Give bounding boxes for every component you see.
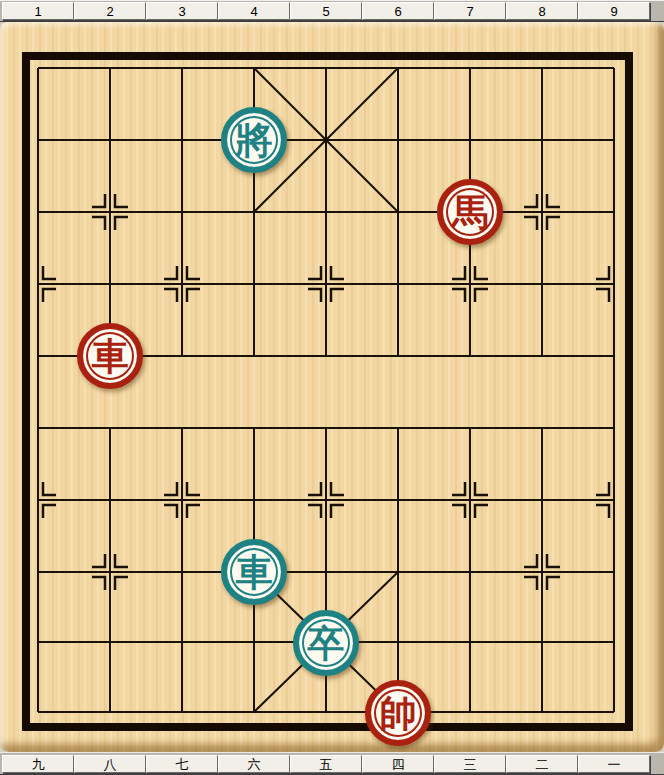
piece-layer: 將馬車車卒帥: [2, 32, 650, 748]
top-coordinate-bar: 123456789: [0, 0, 664, 22]
file-button-bottom-6[interactable]: 四: [362, 755, 434, 773]
file-button-bottom-2[interactable]: 八: [74, 755, 146, 773]
file-button-bottom-7[interactable]: 三: [434, 755, 506, 773]
file-button-top-3[interactable]: 3: [146, 2, 218, 20]
file-button-bottom-5[interactable]: 五: [290, 755, 362, 773]
file-button-top-4[interactable]: 4: [218, 2, 290, 20]
file-button-bottom-9[interactable]: 一: [578, 755, 650, 773]
file-button-top-9[interactable]: 9: [578, 2, 650, 20]
piece-red-horse[interactable]: 馬: [437, 179, 503, 245]
piece-black-chariot[interactable]: 車: [221, 539, 287, 605]
piece-glyph: 帥: [380, 695, 417, 732]
file-button-bottom-4[interactable]: 六: [218, 755, 290, 773]
piece-glyph: 車: [92, 338, 129, 375]
file-button-top-5[interactable]: 5: [290, 2, 362, 20]
piece-red-general[interactable]: 帥: [365, 680, 431, 746]
intersection-f2-r5: 車: [74, 320, 146, 392]
file-button-bottom-3[interactable]: 七: [146, 755, 218, 773]
intersection-f4-r8: 車: [218, 536, 290, 608]
piece-glyph: 車: [236, 554, 273, 591]
piece-red-chariot[interactable]: 車: [77, 323, 143, 389]
file-button-bottom-1[interactable]: 九: [2, 755, 74, 773]
xiangqi-board: 將馬車車卒帥: [0, 22, 664, 752]
piece-glyph: 卒: [308, 625, 345, 662]
bottom-coordinate-bar: 九八七六五四三二一: [0, 752, 664, 775]
piece-glyph: 馬: [452, 194, 489, 231]
file-button-top-2[interactable]: 2: [74, 2, 146, 20]
file-button-top-6[interactable]: 6: [362, 2, 434, 20]
intersection-f5-r9: 卒: [290, 608, 362, 678]
file-button-top-7[interactable]: 7: [434, 2, 506, 20]
intersection-f4-r2: 將: [218, 104, 290, 176]
intersection-f7-r3: 馬: [434, 176, 506, 248]
file-button-top-1[interactable]: 1: [2, 2, 74, 20]
piece-black-soldier[interactable]: 卒: [293, 610, 359, 676]
file-button-bottom-8[interactable]: 二: [506, 755, 578, 773]
xiangqi-app: 123456789 將馬車車卒帥 九八七六五四三二一: [0, 0, 664, 775]
piece-black-general[interactable]: 將: [221, 107, 287, 173]
piece-glyph: 將: [236, 122, 273, 159]
intersection-f6-r10: 帥: [362, 678, 434, 748]
file-button-top-8[interactable]: 8: [506, 2, 578, 20]
